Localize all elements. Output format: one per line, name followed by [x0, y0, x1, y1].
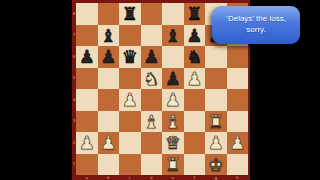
white-pawn: ♟: [165, 89, 181, 111]
square-f1: [184, 154, 206, 176]
square-d2: [141, 132, 163, 154]
square-e2: ♛: [162, 132, 184, 154]
square-d1: [141, 154, 163, 176]
black-pawn: ♟: [143, 46, 159, 68]
rank-label-1: 1: [72, 161, 76, 167]
square-c1: [119, 154, 141, 176]
rank-label-6: 6: [72, 54, 76, 60]
rank-label-4: 4: [72, 97, 76, 103]
white-rook: ♜: [165, 154, 181, 176]
square-g3: ♜: [205, 111, 227, 133]
video-frame: ♜♜♚♝♝♟♟♟♟♟♛♟♞♞♟♟♟♟♝♝♜♟♟♛♟♟♜♚ 87654321abc…: [0, 0, 320, 180]
black-pawn: ♟: [186, 25, 202, 47]
black-rook: ♜: [122, 3, 138, 25]
white-pawn: ♟: [122, 89, 138, 111]
black-pawn: ♟: [165, 68, 181, 90]
square-d4: [141, 89, 163, 111]
rank-label-5: 5: [72, 75, 76, 81]
square-f3: [184, 111, 206, 133]
square-e8: [162, 3, 184, 25]
square-e5: ♟: [162, 68, 184, 90]
square-d5: ♞: [141, 68, 163, 90]
white-pawn: ♟: [186, 68, 202, 90]
square-g4: [205, 89, 227, 111]
white-bishop: ♝: [165, 111, 181, 133]
bubble-text-line1: ‘Delays’ the loss,: [212, 13, 300, 24]
square-b6: ♟: [98, 46, 120, 68]
square-d3: ♝: [141, 111, 163, 133]
speech-bubble: ‘Delays’ the loss, sorry.: [212, 6, 300, 44]
white-pawn: ♟: [208, 132, 224, 154]
square-g2: ♟: [205, 132, 227, 154]
rank-label-3: 3: [72, 118, 76, 124]
black-pawn: ♟: [100, 46, 116, 68]
white-pawn: ♟: [79, 132, 95, 154]
square-g5: [205, 68, 227, 90]
file-label-a: a: [83, 175, 91, 180]
square-d8: [141, 3, 163, 25]
black-queen: ♛: [122, 46, 138, 68]
file-label-d: d: [147, 175, 155, 180]
square-a5: [76, 68, 98, 90]
white-bishop: ♝: [143, 111, 159, 133]
square-b8: [98, 3, 120, 25]
rank-label-7: 7: [72, 32, 76, 38]
file-label-f: f: [190, 175, 198, 180]
square-c7: [119, 25, 141, 47]
square-f7: ♟: [184, 25, 206, 47]
square-c5: [119, 68, 141, 90]
file-label-g: g: [212, 175, 220, 180]
square-c4: ♟: [119, 89, 141, 111]
square-f6: ♞: [184, 46, 206, 68]
black-bishop: ♝: [165, 25, 181, 47]
black-bishop: ♝: [100, 25, 116, 47]
square-h1: [227, 154, 249, 176]
black-knight: ♞: [186, 46, 202, 68]
square-e6: [162, 46, 184, 68]
square-a7: [76, 25, 98, 47]
square-e7: ♝: [162, 25, 184, 47]
file-label-c: c: [126, 175, 134, 180]
square-a2: ♟: [76, 132, 98, 154]
square-f5: ♟: [184, 68, 206, 90]
square-a4: [76, 89, 98, 111]
square-h2: ♟: [227, 132, 249, 154]
square-b5: [98, 68, 120, 90]
square-a1: [76, 154, 98, 176]
white-pawn: ♟: [100, 132, 116, 154]
square-f8: ♜: [184, 3, 206, 25]
square-h4: [227, 89, 249, 111]
white-rook: ♜: [208, 111, 224, 133]
square-f2: [184, 132, 206, 154]
square-h6: [227, 46, 249, 68]
file-label-e: e: [169, 175, 177, 180]
square-a8: [76, 3, 98, 25]
square-c6: ♛: [119, 46, 141, 68]
square-e3: ♝: [162, 111, 184, 133]
rank-label-2: 2: [72, 140, 76, 146]
white-king: ♚: [208, 154, 224, 176]
file-label-b: b: [104, 175, 112, 180]
file-label-h: h: [233, 175, 241, 180]
square-h5: [227, 68, 249, 90]
black-pawn: ♟: [79, 46, 95, 68]
rank-label-8: 8: [72, 11, 76, 17]
white-queen: ♛: [165, 132, 181, 154]
square-b7: ♝: [98, 25, 120, 47]
square-b3: [98, 111, 120, 133]
bubble-text-line2: sorry.: [212, 24, 300, 35]
square-h3: [227, 111, 249, 133]
square-b4: [98, 89, 120, 111]
square-f4: [184, 89, 206, 111]
white-knight: ♞: [143, 68, 159, 90]
square-c3: [119, 111, 141, 133]
square-c8: ♜: [119, 3, 141, 25]
square-d7: [141, 25, 163, 47]
square-e1: ♜: [162, 154, 184, 176]
square-e4: ♟: [162, 89, 184, 111]
square-d6: ♟: [141, 46, 163, 68]
square-c2: [119, 132, 141, 154]
square-g6: [205, 46, 227, 68]
square-a6: ♟: [76, 46, 98, 68]
square-b2: ♟: [98, 132, 120, 154]
white-pawn: ♟: [229, 132, 245, 154]
square-g1: ♚: [205, 154, 227, 176]
black-rook: ♜: [186, 3, 202, 25]
square-a3: [76, 111, 98, 133]
square-b1: [98, 154, 120, 176]
